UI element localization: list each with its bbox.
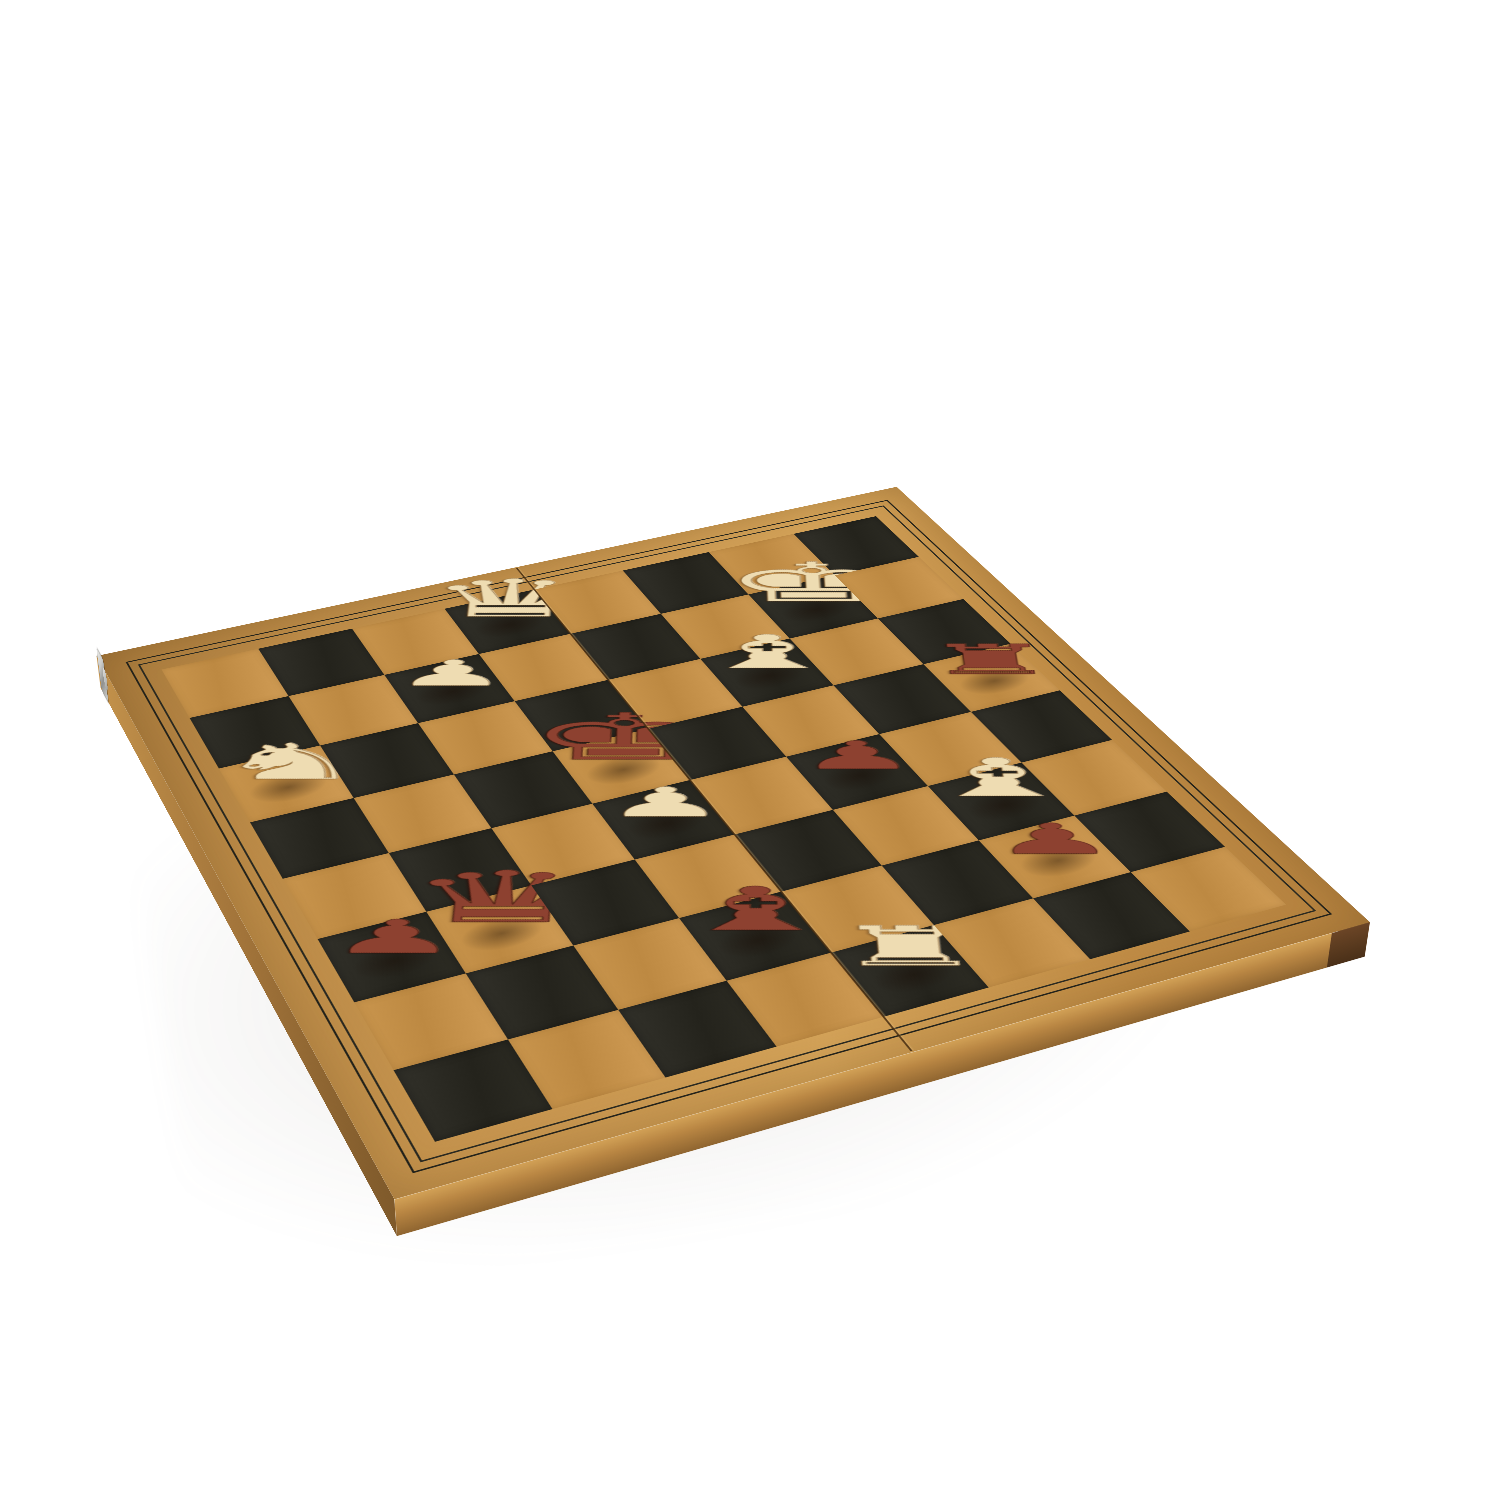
chess-photo-scene: ♛♟♚♞♝♚♜♟♟♟♛♝♝♟♜ xyxy=(0,0,1500,1500)
white-queen-icon: ♛ xyxy=(421,574,599,623)
black-queen-icon: ♛ xyxy=(398,864,607,932)
square-f2 xyxy=(881,840,1033,924)
white-pawn-icon: ♟ xyxy=(603,783,726,822)
square-b3: ♛ xyxy=(426,885,574,973)
black-pawn-icon: ♟ xyxy=(796,737,918,774)
square-g1 xyxy=(1033,872,1190,959)
square-a1 xyxy=(393,1039,552,1141)
square-e1: ♜ xyxy=(831,925,988,1017)
square-b2 xyxy=(465,946,618,1040)
square-b5 xyxy=(353,774,491,853)
white-knight-icon: ♞ xyxy=(210,738,372,785)
square-c2 xyxy=(573,918,726,1009)
square-a4 xyxy=(283,853,426,939)
square-c1 xyxy=(618,981,776,1078)
square-f4: ♟ xyxy=(786,734,928,810)
square-d1 xyxy=(726,952,884,1046)
square-d2: ♝ xyxy=(679,892,831,981)
black-pawn-icon: ♟ xyxy=(327,915,463,959)
square-h1 xyxy=(1130,847,1286,932)
square-h2 xyxy=(1074,792,1225,872)
white-rook-shadow xyxy=(856,947,971,1004)
black-bishop-shadow xyxy=(702,913,815,968)
square-a5 xyxy=(250,798,388,879)
white-king-icon: ♚ xyxy=(721,557,907,609)
square-e3 xyxy=(734,810,881,892)
square-a6: ♞ xyxy=(219,746,353,823)
white-bishop-icon: ♝ xyxy=(916,753,1084,803)
white-pawn-icon: ♟ xyxy=(393,656,511,690)
square-d4: ♟ xyxy=(592,780,734,859)
black-king-icon: ♚ xyxy=(522,707,724,768)
white-rook-icon: ♜ xyxy=(830,921,989,973)
black-bishop-icon: ♝ xyxy=(670,881,843,938)
black-pawn-shadow xyxy=(338,933,450,989)
square-f3 xyxy=(832,786,979,866)
black-queen-shadow xyxy=(447,906,558,961)
square-a2 xyxy=(354,974,507,1070)
square-g2: ♟ xyxy=(979,816,1130,898)
white-bishop-icon: ♝ xyxy=(692,630,843,674)
square-b1 xyxy=(507,1010,665,1110)
black-rook-icon: ♜ xyxy=(921,640,1060,679)
black-pawn-shadow xyxy=(1003,835,1113,886)
black-pawn-icon: ♟ xyxy=(988,819,1119,859)
square-f1 xyxy=(933,898,1090,988)
square-a3: ♟ xyxy=(317,912,465,1003)
